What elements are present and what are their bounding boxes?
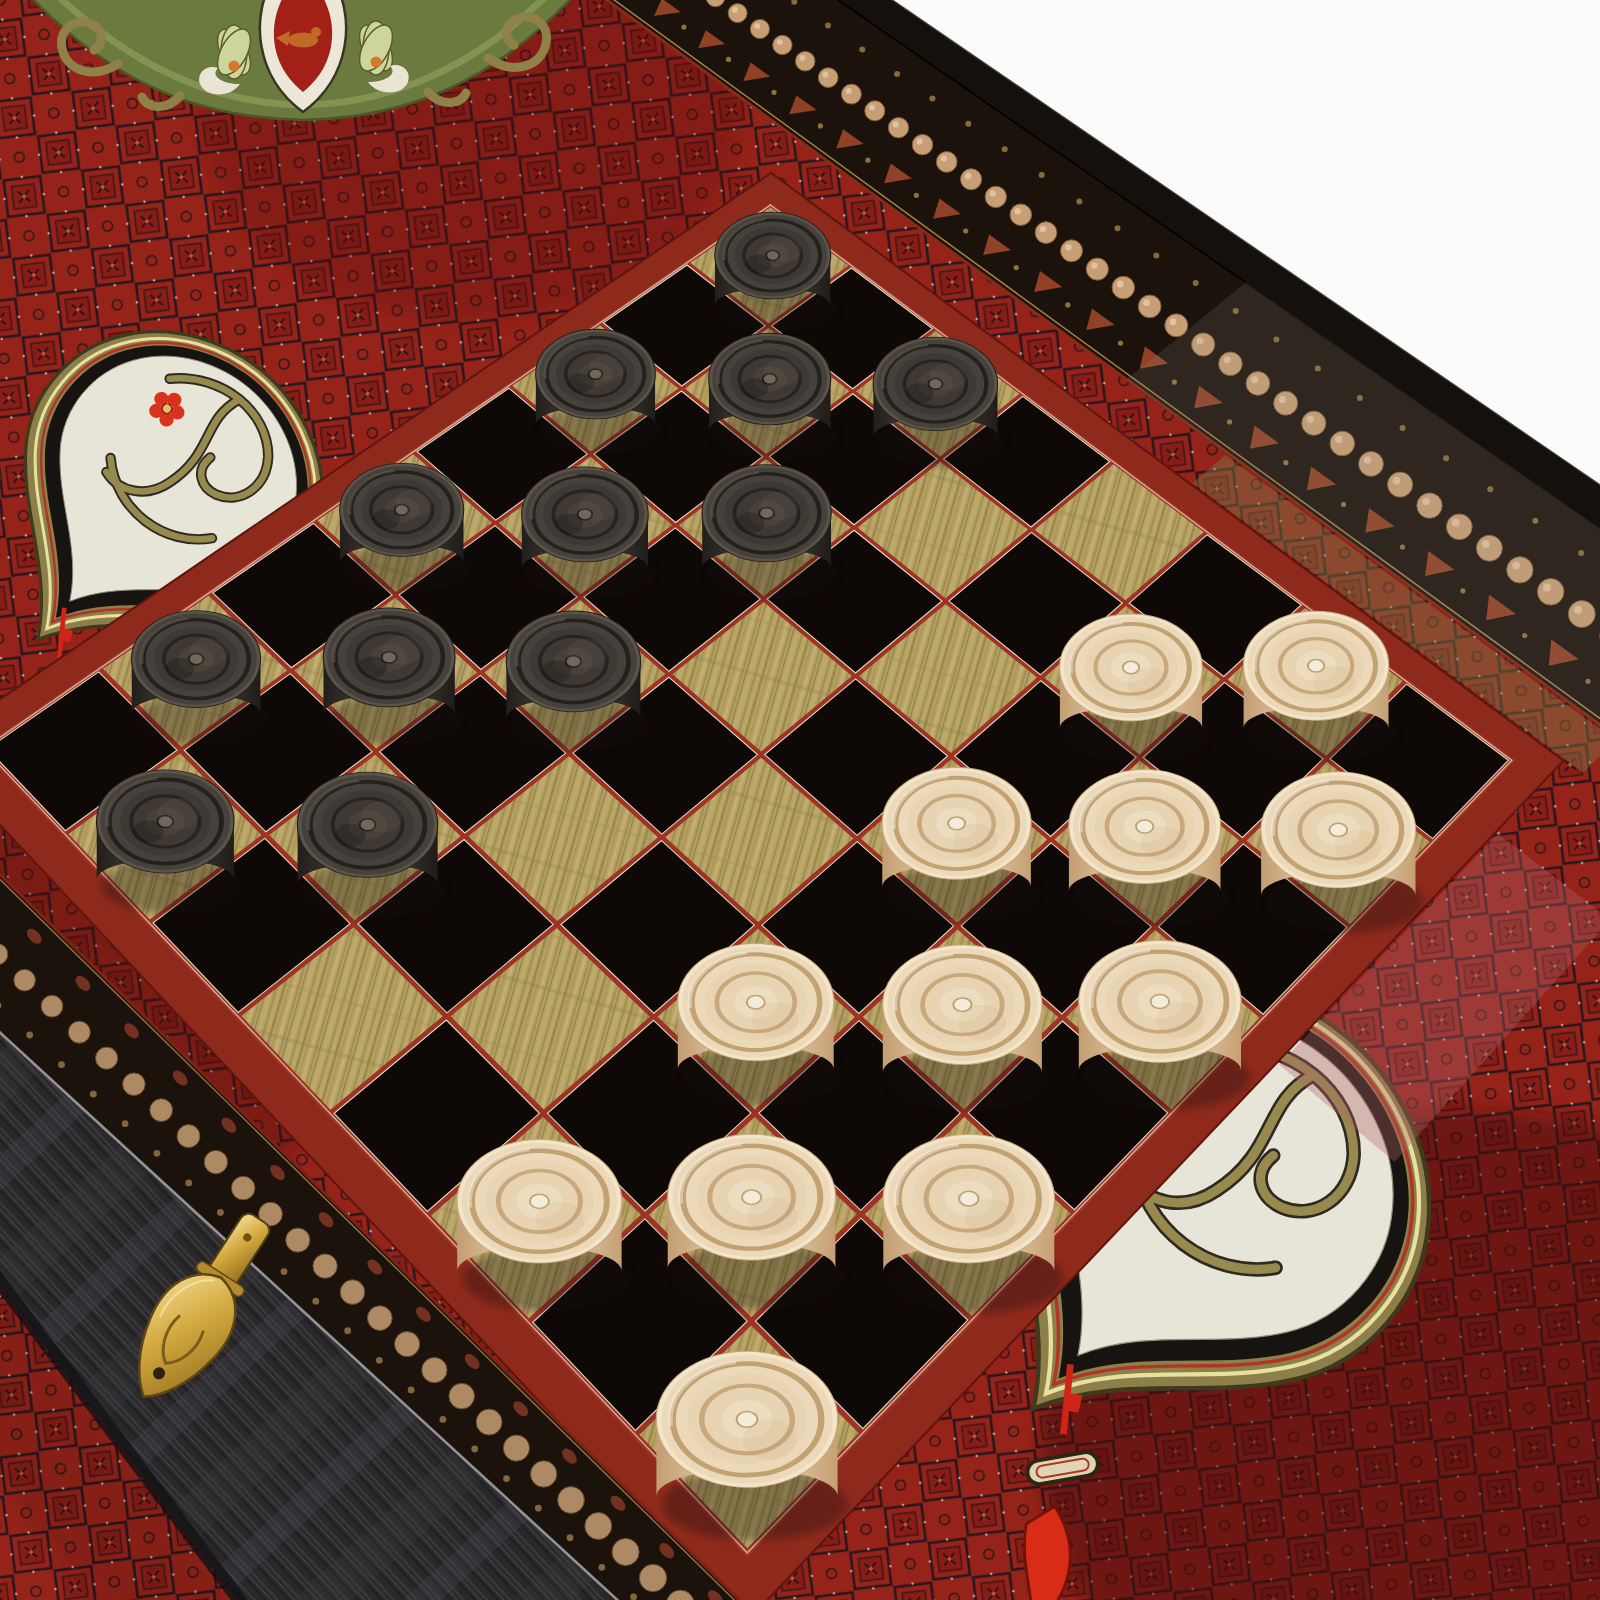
pearl-bead [367, 1306, 392, 1331]
pearl-bead [1112, 276, 1135, 299]
pearl-bead [96, 1047, 118, 1069]
pearl-bead [150, 1099, 173, 1122]
checker-dark[interactable] [132, 611, 268, 745]
checker-light[interactable] [882, 768, 1039, 923]
photo-stage [0, 0, 1600, 1600]
pearl-bead [286, 1228, 310, 1252]
pearl-bead [936, 152, 957, 173]
pearl-bead [841, 84, 861, 104]
pearl-bead [313, 1254, 337, 1278]
pearl-bead [773, 35, 792, 54]
checkers-board-scene [0, 0, 1600, 1600]
pearl-bead [612, 1538, 639, 1565]
checker-dark[interactable] [298, 772, 446, 918]
pearl-bead [204, 1150, 227, 1173]
pearl-bead [985, 186, 1006, 207]
checker-dark[interactable] [340, 464, 470, 593]
pearl-bead [476, 1409, 502, 1435]
pearl-bead [1061, 240, 1083, 262]
pearl-bead [14, 969, 36, 991]
checker-light[interactable] [1069, 770, 1229, 928]
checker-dark[interactable] [715, 212, 837, 332]
pearl-bead [795, 51, 815, 71]
checker-light[interactable] [1060, 614, 1210, 762]
checker-dark[interactable] [323, 608, 462, 745]
checker-light[interactable] [883, 945, 1051, 1111]
checker-dark[interactable] [522, 467, 655, 599]
pearl-bead [818, 68, 838, 88]
pearl-bead [68, 1021, 90, 1043]
pearl-bead [750, 19, 769, 38]
checker-dark[interactable] [873, 337, 1004, 467]
checker-light[interactable] [457, 1140, 630, 1312]
pearl-bead [395, 1332, 420, 1357]
checker-light[interactable] [883, 1135, 1063, 1314]
checker-dark[interactable] [97, 770, 242, 913]
pearl-bead [728, 4, 747, 23]
pearl-bead [422, 1357, 447, 1382]
pearl-bead [1086, 258, 1108, 280]
pearl-bead [558, 1487, 585, 1514]
checker-dark[interactable] [536, 329, 662, 454]
checker-light[interactable] [656, 1351, 847, 1540]
pearl-bead [531, 1461, 557, 1487]
pearl-bead [503, 1435, 529, 1461]
pearl-bead [639, 1564, 666, 1591]
checker-light[interactable] [1261, 772, 1424, 933]
pearl-bead [888, 118, 908, 138]
pearl-bead [449, 1383, 475, 1409]
checker-light[interactable] [1079, 941, 1250, 1110]
pearl-bead [1010, 204, 1032, 226]
pearl-bead [912, 134, 933, 155]
pearl-bead [1035, 222, 1057, 244]
checker-light[interactable] [1244, 611, 1397, 762]
checker-dark[interactable] [506, 611, 647, 751]
checker-light[interactable] [678, 944, 842, 1107]
pearl-bead [865, 101, 885, 121]
checker-light[interactable] [668, 1134, 845, 1309]
checker-dark[interactable] [709, 333, 837, 460]
pearl-bead [177, 1125, 200, 1148]
pearl-bead [585, 1513, 612, 1540]
pearl-bead [1138, 295, 1161, 318]
pearl-bead [961, 169, 982, 190]
pearl-bead [340, 1280, 365, 1305]
pearl-bead [231, 1176, 255, 1200]
checker-dark[interactable] [702, 465, 838, 599]
pearl-bead [41, 995, 63, 1017]
pearl-bead [123, 1073, 146, 1096]
